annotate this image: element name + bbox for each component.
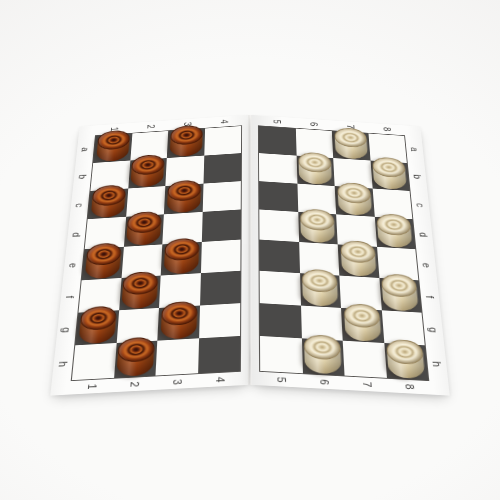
squares-grid	[258, 125, 429, 381]
square-h1[interactable]	[72, 343, 116, 380]
square-f6[interactable]	[300, 273, 341, 308]
square-g4[interactable]	[199, 303, 241, 339]
checker-light-a7[interactable]	[334, 127, 368, 159]
checker-light-b6[interactable]	[298, 152, 332, 185]
checker-dark-e3[interactable]	[163, 238, 199, 275]
square-h6[interactable]	[301, 339, 344, 376]
square-b4[interactable]	[203, 153, 241, 183]
checker-dark-d2[interactable]	[126, 211, 162, 246]
square-f8[interactable]	[379, 278, 422, 312]
checker-dark-f2[interactable]	[121, 271, 158, 309]
square-e7[interactable]	[338, 244, 379, 277]
checker-light-f8[interactable]	[381, 274, 419, 312]
square-a7[interactable]	[332, 131, 370, 160]
board-left-half: 1234abcdefgh1234	[50, 115, 249, 396]
square-d2[interactable]	[123, 215, 163, 247]
square-f2[interactable]	[119, 275, 161, 310]
checker-dark-a1[interactable]	[95, 130, 130, 162]
square-d8[interactable]	[374, 217, 415, 249]
square-h8[interactable]	[384, 343, 428, 380]
checker-dark-g3[interactable]	[160, 301, 197, 340]
square-b5[interactable]	[259, 153, 297, 183]
square-f5[interactable]	[260, 271, 301, 306]
square-h4[interactable]	[198, 336, 240, 373]
square-b8[interactable]	[370, 160, 409, 190]
checker-light-h8[interactable]	[386, 339, 426, 380]
square-b6[interactable]	[296, 155, 334, 185]
checker-dark-a3[interactable]	[169, 125, 202, 157]
square-g3[interactable]	[157, 305, 199, 341]
checker-light-d6[interactable]	[300, 208, 335, 243]
square-e1[interactable]	[82, 247, 124, 280]
square-g7[interactable]	[341, 308, 384, 344]
square-g1[interactable]	[75, 310, 118, 346]
square-a1[interactable]	[93, 133, 132, 162]
square-e5[interactable]	[259, 240, 299, 273]
square-g5[interactable]	[260, 303, 302, 339]
squares-grid	[71, 125, 242, 381]
photo-backdrop: 1234abcdefgh1234 5678abcdefgh5678	[0, 0, 500, 500]
checker-dark-c1[interactable]	[90, 184, 126, 218]
checker-light-c7[interactable]	[337, 182, 372, 216]
square-e4[interactable]	[200, 240, 240, 273]
checker-light-d8[interactable]	[376, 213, 413, 248]
checker-dark-h2[interactable]	[116, 336, 155, 377]
square-d5[interactable]	[259, 210, 298, 242]
checker-dark-g1[interactable]	[78, 305, 117, 344]
checker-dark-b2[interactable]	[130, 154, 165, 187]
square-d4[interactable]	[201, 210, 240, 242]
checker-light-e7[interactable]	[340, 240, 377, 277]
square-c1[interactable]	[88, 188, 128, 219]
square-h5[interactable]	[260, 336, 302, 373]
square-d6[interactable]	[298, 212, 338, 244]
square-a3[interactable]	[167, 129, 205, 158]
square-c4[interactable]	[202, 181, 241, 212]
square-f4[interactable]	[200, 271, 241, 306]
checker-dark-e1[interactable]	[84, 243, 121, 280]
square-h3[interactable]	[155, 339, 198, 376]
checkers-board: 1234abcdefgh1234 5678abcdefgh5678	[64, 64, 437, 414]
square-c5[interactable]	[259, 181, 298, 212]
checker-light-h6[interactable]	[304, 334, 342, 375]
checker-dark-c3[interactable]	[166, 179, 201, 213]
square-c3[interactable]	[164, 183, 203, 214]
board-right-half: 5678abcdefgh5678	[251, 115, 450, 396]
square-a4[interactable]	[204, 126, 241, 155]
checker-light-g7[interactable]	[343, 303, 381, 342]
square-h2[interactable]	[114, 341, 158, 378]
square-b2[interactable]	[128, 158, 167, 188]
checker-light-b8[interactable]	[372, 157, 407, 190]
checker-light-f6[interactable]	[302, 269, 339, 307]
square-c7[interactable]	[335, 186, 375, 217]
square-a5[interactable]	[259, 126, 296, 155]
square-h7[interactable]	[343, 341, 387, 378]
square-e3[interactable]	[161, 242, 202, 275]
